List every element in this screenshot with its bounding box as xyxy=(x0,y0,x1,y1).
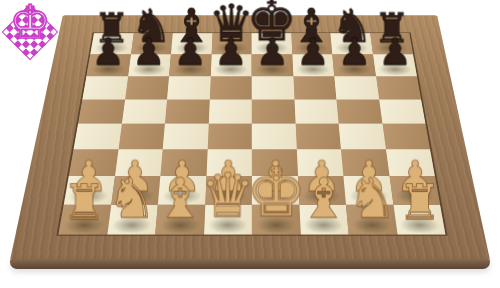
piece-black-pawn-e7[interactable]: ♟ xyxy=(255,33,288,70)
board-front-edge xyxy=(10,259,490,269)
square-g4[interactable] xyxy=(339,124,386,150)
square-a1[interactable]: ♜ xyxy=(59,204,111,234)
square-b6[interactable] xyxy=(125,76,169,99)
square-e4[interactable] xyxy=(252,124,297,150)
square-d4[interactable] xyxy=(207,124,252,150)
square-h7[interactable]: ♟ xyxy=(373,54,417,76)
square-f5[interactable] xyxy=(294,99,339,123)
piece-black-pawn-h7[interactable]: ♟ xyxy=(379,33,412,70)
square-f6[interactable] xyxy=(293,76,336,99)
square-b5[interactable] xyxy=(121,99,167,123)
square-c6[interactable] xyxy=(167,76,210,99)
square-b7[interactable]: ♟ xyxy=(128,54,171,76)
square-a6[interactable] xyxy=(82,76,127,99)
square-d6[interactable] xyxy=(209,76,251,99)
piece-black-pawn-a7[interactable]: ♟ xyxy=(91,33,124,70)
square-c4[interactable] xyxy=(163,124,209,150)
square-a5[interactable] xyxy=(78,99,125,123)
piece-white-bishop-c1[interactable]: ♝ xyxy=(155,171,205,226)
square-d5[interactable] xyxy=(208,99,251,123)
piece-white-king-e1[interactable]: ♚ xyxy=(246,159,307,227)
square-g5[interactable] xyxy=(336,99,382,123)
square-c5[interactable] xyxy=(165,99,209,123)
square-g1[interactable]: ♞ xyxy=(346,204,397,234)
square-h4[interactable] xyxy=(382,124,430,150)
page: { "game": "chess", "position": { "fen": … xyxy=(0,0,500,288)
square-f1[interactable]: ♝ xyxy=(299,204,349,234)
board-squares: ♜♞♝♛♚♝♞♜♟♟♟♟♟♟♟♟♟♟♟♟♟♟♟♟♜♞♝♛♚♝♞♜ xyxy=(56,32,447,235)
square-g6[interactable] xyxy=(334,76,378,99)
square-e5[interactable] xyxy=(252,99,295,123)
square-d1[interactable]: ♛ xyxy=(204,204,252,234)
chessboard-scene: ♜♞♝♛♚♝♞♜♟♟♟♟♟♟♟♟♟♟♟♟♟♟♟♟♜♞♝♛♚♝♞♜ xyxy=(10,30,490,260)
piece-white-rook-a1[interactable]: ♜ xyxy=(62,178,105,226)
square-f4[interactable] xyxy=(295,124,341,150)
square-e1[interactable]: ♚ xyxy=(252,204,300,234)
square-a4[interactable] xyxy=(74,124,122,150)
square-d7[interactable]: ♟ xyxy=(210,54,251,76)
piece-white-knight-g1[interactable]: ♞ xyxy=(347,171,397,226)
piece-black-pawn-f7[interactable]: ♟ xyxy=(297,33,330,70)
piece-white-rook-h1[interactable]: ♜ xyxy=(398,178,441,226)
square-c1[interactable]: ♝ xyxy=(155,204,205,234)
piece-black-pawn-c7[interactable]: ♟ xyxy=(173,33,206,70)
square-e6[interactable] xyxy=(252,76,294,99)
square-b4[interactable] xyxy=(118,124,165,150)
square-b1[interactable]: ♞ xyxy=(107,204,158,234)
chessboard: ♜♞♝♛♚♝♞♜♟♟♟♟♟♟♟♟♟♟♟♟♟♟♟♟♜♞♝♛♚♝♞♜ xyxy=(10,15,490,260)
square-c7[interactable]: ♟ xyxy=(169,54,211,76)
square-a7[interactable]: ♟ xyxy=(86,54,130,76)
square-h5[interactable] xyxy=(379,99,426,123)
piece-black-pawn-d7[interactable]: ♟ xyxy=(214,33,247,70)
square-g7[interactable]: ♟ xyxy=(332,54,375,76)
piece-black-pawn-g7[interactable]: ♟ xyxy=(338,33,371,70)
square-h6[interactable] xyxy=(376,76,421,99)
piece-white-bishop-f1[interactable]: ♝ xyxy=(299,171,349,226)
piece-white-knight-b1[interactable]: ♞ xyxy=(107,171,157,226)
square-h1[interactable]: ♜ xyxy=(393,204,445,234)
square-f7[interactable]: ♟ xyxy=(292,54,334,76)
square-e7[interactable]: ♟ xyxy=(252,54,293,76)
piece-black-pawn-b7[interactable]: ♟ xyxy=(132,33,165,70)
